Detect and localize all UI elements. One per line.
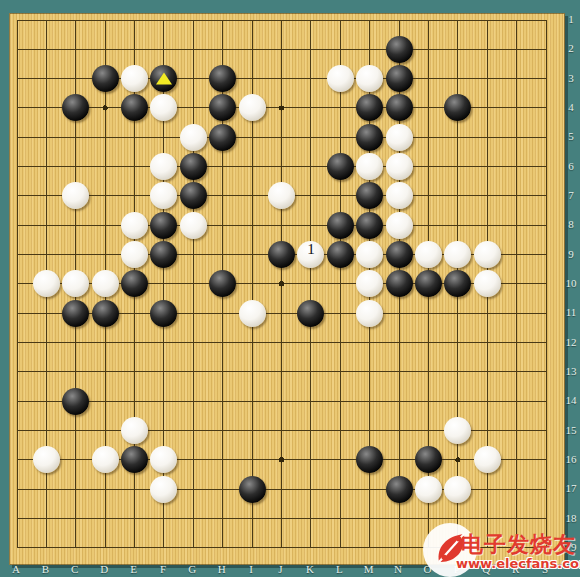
star-point: [279, 457, 284, 462]
row-label-10: 10: [566, 277, 577, 289]
white-stone-G8[interactable]: [180, 212, 207, 239]
black-stone-N4[interactable]: [386, 94, 413, 121]
col-label-K: K: [306, 563, 314, 575]
black-stone-H5[interactable]: [209, 124, 236, 151]
col-label-R: R: [512, 563, 519, 575]
star-point: [103, 105, 108, 110]
col-label-I: I: [249, 563, 253, 575]
row-labels: 12345678910111213141516171819: [563, 13, 580, 570]
black-stone-N9[interactable]: [386, 241, 413, 268]
black-stone-I17[interactable]: [239, 476, 266, 503]
row-label-1: 1: [568, 13, 574, 25]
black-stone-D3[interactable]: [92, 65, 119, 92]
row-label-2: 2: [568, 42, 574, 54]
white-stone-I4[interactable]: [239, 94, 266, 121]
col-label-H: H: [218, 563, 226, 575]
black-stone-N3[interactable]: [386, 65, 413, 92]
row-label-12: 12: [566, 336, 577, 348]
row-label-6: 6: [568, 160, 574, 172]
row-label-3: 3: [568, 72, 574, 84]
white-stone-E8[interactable]: [121, 212, 148, 239]
white-stone-Q16[interactable]: [474, 446, 501, 473]
black-stone-G6[interactable]: [180, 153, 207, 180]
triangle-marker-icon: [156, 72, 172, 84]
star-point: [455, 457, 460, 462]
white-stone-D16[interactable]: [92, 446, 119, 473]
row-label-11: 11: [566, 306, 577, 318]
row-label-19: 19: [566, 541, 577, 553]
col-label-Q: Q: [482, 563, 490, 575]
row-label-8: 8: [568, 218, 574, 230]
column-labels: ABCDEFGHIJKLMNOPQRS: [0, 563, 580, 577]
white-stone-N6[interactable]: [386, 153, 413, 180]
white-stone-O17[interactable]: [415, 476, 442, 503]
col-label-D: D: [100, 563, 108, 575]
col-label-A: A: [12, 563, 20, 575]
col-label-J: J: [278, 563, 282, 575]
move-number-label: 1: [297, 241, 324, 268]
white-stone-O9[interactable]: [415, 241, 442, 268]
row-label-14: 14: [566, 394, 577, 406]
col-label-O: O: [423, 563, 431, 575]
row-label-9: 9: [568, 248, 574, 260]
black-stone-L8[interactable]: [327, 212, 354, 239]
white-stone-E3[interactable]: [121, 65, 148, 92]
row-label-17: 17: [566, 482, 577, 494]
col-label-L: L: [336, 563, 343, 575]
black-stone-N10[interactable]: [386, 270, 413, 297]
row-label-5: 5: [568, 130, 574, 142]
star-point: [279, 105, 284, 110]
black-stone-M5[interactable]: [356, 124, 383, 151]
row-label-18: 18: [566, 512, 577, 524]
white-stone-N7[interactable]: [386, 182, 413, 209]
row-label-7: 7: [568, 189, 574, 201]
white-stone-E15[interactable]: [121, 417, 148, 444]
white-stone-D10[interactable]: [92, 270, 119, 297]
black-stone-L9[interactable]: [327, 241, 354, 268]
col-label-P: P: [454, 563, 460, 575]
white-stone-Q9[interactable]: [474, 241, 501, 268]
black-stone-L6[interactable]: [327, 153, 354, 180]
row-label-13: 13: [566, 365, 577, 377]
white-stone-N5[interactable]: [386, 124, 413, 151]
white-stone-F17[interactable]: [150, 476, 177, 503]
go-diagram: 1 ABCDEFGHIJKLMNOPQRS 123456789101112131…: [0, 0, 580, 577]
white-stone-I11[interactable]: [239, 300, 266, 327]
black-stone-N2[interactable]: [386, 36, 413, 63]
black-stone-C11[interactable]: [62, 300, 89, 327]
white-stone-K9[interactable]: 1: [297, 241, 324, 268]
black-stone-N17[interactable]: [386, 476, 413, 503]
row-label-16: 16: [566, 453, 577, 465]
col-label-E: E: [130, 563, 137, 575]
white-stone-E9[interactable]: [121, 241, 148, 268]
col-label-M: M: [364, 563, 374, 575]
col-label-B: B: [42, 563, 49, 575]
go-board[interactable]: 1: [9, 13, 565, 565]
col-label-C: C: [71, 563, 78, 575]
white-stone-P17[interactable]: [444, 476, 471, 503]
star-point: [279, 281, 284, 286]
white-stone-L3[interactable]: [327, 65, 354, 92]
col-label-F: F: [160, 563, 166, 575]
black-stone-K11[interactable]: [297, 300, 324, 327]
row-label-15: 15: [566, 424, 577, 436]
white-stone-G5[interactable]: [180, 124, 207, 151]
col-label-S: S: [542, 563, 548, 575]
black-stone-J9[interactable]: [268, 241, 295, 268]
col-label-G: G: [188, 563, 196, 575]
row-label-4: 4: [568, 101, 574, 113]
black-stone-C14[interactable]: [62, 388, 89, 415]
white-stone-N8[interactable]: [386, 212, 413, 239]
col-label-N: N: [394, 563, 402, 575]
black-stone-D11[interactable]: [92, 300, 119, 327]
black-stone-M8[interactable]: [356, 212, 383, 239]
white-stone-M11[interactable]: [356, 300, 383, 327]
